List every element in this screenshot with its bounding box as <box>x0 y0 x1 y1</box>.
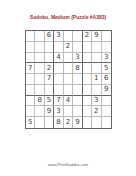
cell-r8c4[interactable]: 3 <box>54 106 63 117</box>
cell-r3c5[interactable] <box>64 53 73 64</box>
page-title: Sudoku, Medium (Puzzle #A383) <box>0 14 136 20</box>
cell-r8c6[interactable] <box>73 106 82 117</box>
cell-r5c9[interactable]: 6 <box>102 74 111 85</box>
cell-r1c6[interactable] <box>73 31 82 42</box>
cell-r8c1[interactable] <box>26 106 35 117</box>
cell-r7c1[interactable] <box>26 96 35 107</box>
cell-r2c9[interactable] <box>102 42 111 53</box>
cell-r3c9[interactable]: 3 <box>102 53 111 64</box>
cell-r6c5[interactable] <box>64 85 73 96</box>
cell-r9c5[interactable]: 2 <box>64 117 73 128</box>
cell-r4c3[interactable]: 2 <box>45 63 54 74</box>
cell-r6c9[interactable]: 9 <box>102 85 111 96</box>
cell-r2c6[interactable] <box>73 42 82 53</box>
cell-r8c7[interactable] <box>83 106 92 117</box>
cell-r1c9[interactable] <box>102 31 111 42</box>
sudoku-board: 6329243372857169857439325829 <box>25 30 112 129</box>
cell-r9c9[interactable] <box>102 117 111 128</box>
cell-r2c3[interactable] <box>45 42 54 53</box>
cell-r5c7[interactable] <box>83 74 92 85</box>
cell-r9c8[interactable] <box>92 117 101 128</box>
cell-r2c8[interactable] <box>92 42 101 53</box>
cell-r6c2[interactable] <box>35 85 44 96</box>
cell-r4c4[interactable] <box>54 63 63 74</box>
cell-r4c8[interactable] <box>92 63 101 74</box>
cell-r5c6[interactable] <box>73 74 82 85</box>
cell-r6c4[interactable] <box>54 85 63 96</box>
cell-r2c1[interactable] <box>26 42 35 53</box>
cell-r1c7[interactable]: 2 <box>83 31 92 42</box>
footer-credit: www.PrintSudoku.com <box>0 162 136 167</box>
cell-r1c1[interactable] <box>26 31 35 42</box>
cell-r8c2[interactable] <box>35 106 44 117</box>
cell-r7c9[interactable] <box>102 96 111 107</box>
cell-r6c6[interactable] <box>73 85 82 96</box>
cell-r4c9[interactable]: 5 <box>102 63 111 74</box>
cell-r1c2[interactable] <box>35 31 44 42</box>
cell-r3c8[interactable] <box>92 53 101 64</box>
cell-r2c5[interactable]: 2 <box>64 42 73 53</box>
cell-r5c4[interactable] <box>54 74 63 85</box>
cell-r9c6[interactable]: 9 <box>73 117 82 128</box>
cell-r2c7[interactable] <box>83 42 92 53</box>
cell-r6c7[interactable] <box>83 85 92 96</box>
cell-r9c3[interactable] <box>45 117 54 128</box>
cell-r8c5[interactable] <box>64 106 73 117</box>
cell-r5c1[interactable] <box>26 74 35 85</box>
cell-r9c1[interactable]: 5 <box>26 117 35 128</box>
cell-r5c8[interactable]: 1 <box>92 74 101 85</box>
cell-r6c3[interactable] <box>45 85 54 96</box>
cell-r7c8[interactable]: 3 <box>92 96 101 107</box>
cell-r9c2[interactable] <box>35 117 44 128</box>
cell-r2c4[interactable] <box>54 42 63 53</box>
cell-r8c3[interactable]: 9 <box>45 106 54 117</box>
cell-r3c3[interactable] <box>45 53 54 64</box>
cell-r6c1[interactable] <box>26 85 35 96</box>
cell-r4c6[interactable]: 8 <box>73 63 82 74</box>
cell-r7c3[interactable]: 5 <box>45 96 54 107</box>
cell-r3c6[interactable]: 3 <box>73 53 82 64</box>
cell-r7c5[interactable]: 4 <box>64 96 73 107</box>
cell-r3c4[interactable]: 4 <box>54 53 63 64</box>
cell-r7c4[interactable]: 7 <box>54 96 63 107</box>
cell-r9c4[interactable]: 8 <box>54 117 63 128</box>
cell-r6c8[interactable] <box>92 85 101 96</box>
cell-r7c6[interactable] <box>73 96 82 107</box>
cell-r4c5[interactable] <box>64 63 73 74</box>
cell-r9c7[interactable] <box>83 117 92 128</box>
cell-r8c8[interactable]: 2 <box>92 106 101 117</box>
cell-r4c1[interactable]: 7 <box>26 63 35 74</box>
cell-r3c2[interactable] <box>35 53 44 64</box>
cell-r3c1[interactable] <box>26 53 35 64</box>
cell-r3c7[interactable] <box>83 53 92 64</box>
cell-r7c7[interactable] <box>83 96 92 107</box>
cell-r4c7[interactable] <box>83 63 92 74</box>
cell-r5c5[interactable] <box>64 74 73 85</box>
cell-r1c4[interactable]: 3 <box>54 31 63 42</box>
cell-r5c3[interactable]: 7 <box>45 74 54 85</box>
cell-r2c2[interactable] <box>35 42 44 53</box>
cell-r7c2[interactable]: 8 <box>35 96 44 107</box>
cell-r5c2[interactable] <box>35 74 44 85</box>
cell-r1c3[interactable]: 6 <box>45 31 54 42</box>
cell-r4c2[interactable] <box>35 63 44 74</box>
cell-r1c5[interactable] <box>64 31 73 42</box>
cell-r8c9[interactable] <box>102 106 111 117</box>
cell-r1c8[interactable]: 9 <box>92 31 101 42</box>
